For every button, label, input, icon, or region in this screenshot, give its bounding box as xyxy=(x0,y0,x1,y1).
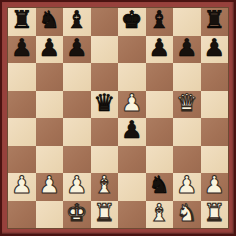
square-b1[interactable] xyxy=(36,201,64,229)
piece-black-pawn-b7[interactable]: ♟ xyxy=(38,36,60,63)
square-f8[interactable]: ♝ xyxy=(146,8,174,36)
square-a1[interactable] xyxy=(8,201,36,229)
square-c8[interactable]: ♝ xyxy=(63,8,91,36)
square-c6[interactable] xyxy=(63,63,91,91)
square-h1[interactable]: ♜ xyxy=(201,201,229,229)
square-b4[interactable] xyxy=(36,118,64,146)
piece-white-rook-d1[interactable]: ♜ xyxy=(93,201,115,228)
square-c4[interactable] xyxy=(63,118,91,146)
square-b2[interactable]: ♟ xyxy=(36,173,64,201)
square-h2[interactable]: ♟ xyxy=(201,173,229,201)
square-f2[interactable]: ♞ xyxy=(146,173,174,201)
square-f1[interactable]: ♝ xyxy=(146,201,174,229)
square-b5[interactable] xyxy=(36,91,64,119)
piece-black-bishop-c8[interactable]: ♝ xyxy=(66,8,88,35)
piece-black-rook-h8[interactable]: ♜ xyxy=(203,8,225,35)
square-d5[interactable]: ♛ xyxy=(91,91,119,119)
square-h4[interactable] xyxy=(201,118,229,146)
square-g3[interactable] xyxy=(173,146,201,174)
square-f6[interactable] xyxy=(146,63,174,91)
piece-black-knight-f2[interactable]: ♞ xyxy=(148,173,170,200)
square-a2[interactable]: ♟ xyxy=(8,173,36,201)
square-c5[interactable] xyxy=(63,91,91,119)
square-g6[interactable] xyxy=(173,63,201,91)
square-a7[interactable]: ♟ xyxy=(8,36,36,64)
square-h5[interactable] xyxy=(201,91,229,119)
square-h8[interactable]: ♜ xyxy=(201,8,229,36)
piece-white-pawn-h2[interactable]: ♟ xyxy=(203,173,225,200)
piece-black-king-e8[interactable]: ♚ xyxy=(121,8,143,35)
square-g5[interactable]: ♛ xyxy=(173,91,201,119)
square-a5[interactable] xyxy=(8,91,36,119)
square-g4[interactable] xyxy=(173,118,201,146)
square-b3[interactable] xyxy=(36,146,64,174)
square-h7[interactable]: ♟ xyxy=(201,36,229,64)
square-b6[interactable] xyxy=(36,63,64,91)
square-c7[interactable]: ♟ xyxy=(63,36,91,64)
square-e7[interactable] xyxy=(118,36,146,64)
piece-white-pawn-g2[interactable]: ♟ xyxy=(176,173,198,200)
square-e4[interactable]: ♟ xyxy=(118,118,146,146)
piece-black-knight-b8[interactable]: ♞ xyxy=(38,8,60,35)
square-e6[interactable] xyxy=(118,63,146,91)
square-d2[interactable]: ♝ xyxy=(91,173,119,201)
board-frame: ♜♞♝♚♝♜♟♟♟♟♟♟♛♟♛♟♟♟♟♝♞♟♟♚♜♝♞♜ xyxy=(0,0,236,236)
square-a6[interactable] xyxy=(8,63,36,91)
square-g2[interactable]: ♟ xyxy=(173,173,201,201)
piece-white-pawn-e5[interactable]: ♟ xyxy=(121,91,143,118)
square-e2[interactable] xyxy=(118,173,146,201)
piece-white-pawn-b2[interactable]: ♟ xyxy=(38,173,60,200)
square-c3[interactable] xyxy=(63,146,91,174)
square-e3[interactable] xyxy=(118,146,146,174)
piece-black-pawn-a7[interactable]: ♟ xyxy=(11,36,33,63)
square-d3[interactable] xyxy=(91,146,119,174)
square-d6[interactable] xyxy=(91,63,119,91)
piece-black-pawn-h7[interactable]: ♟ xyxy=(203,36,225,63)
square-g7[interactable]: ♟ xyxy=(173,36,201,64)
square-g1[interactable]: ♞ xyxy=(173,201,201,229)
piece-white-king-c1[interactable]: ♚ xyxy=(66,201,88,228)
chess-board: ♜♞♝♚♝♜♟♟♟♟♟♟♛♟♛♟♟♟♟♝♞♟♟♚♜♝♞♜ xyxy=(8,8,228,228)
piece-black-pawn-c7[interactable]: ♟ xyxy=(66,36,88,63)
square-d7[interactable] xyxy=(91,36,119,64)
square-a3[interactable] xyxy=(8,146,36,174)
piece-black-queen-d5[interactable]: ♛ xyxy=(93,91,115,118)
piece-white-knight-g1[interactable]: ♞ xyxy=(176,201,198,228)
piece-white-rook-h1[interactable]: ♜ xyxy=(203,201,225,228)
square-c1[interactable]: ♚ xyxy=(63,201,91,229)
square-a8[interactable]: ♜ xyxy=(8,8,36,36)
piece-black-pawn-e4[interactable]: ♟ xyxy=(121,118,143,145)
square-h6[interactable] xyxy=(201,63,229,91)
square-b7[interactable]: ♟ xyxy=(36,36,64,64)
piece-black-pawn-f7[interactable]: ♟ xyxy=(148,36,170,63)
piece-black-pawn-g7[interactable]: ♟ xyxy=(176,36,198,63)
square-c2[interactable]: ♟ xyxy=(63,173,91,201)
square-d8[interactable] xyxy=(91,8,119,36)
square-f7[interactable]: ♟ xyxy=(146,36,174,64)
square-d1[interactable]: ♜ xyxy=(91,201,119,229)
square-d4[interactable] xyxy=(91,118,119,146)
square-e8[interactable]: ♚ xyxy=(118,8,146,36)
piece-black-rook-a8[interactable]: ♜ xyxy=(11,8,33,35)
square-b8[interactable]: ♞ xyxy=(36,8,64,36)
piece-white-bishop-f1[interactable]: ♝ xyxy=(148,201,170,228)
piece-white-pawn-c2[interactable]: ♟ xyxy=(66,173,88,200)
square-f5[interactable] xyxy=(146,91,174,119)
piece-black-bishop-f8[interactable]: ♝ xyxy=(148,8,170,35)
square-e5[interactable]: ♟ xyxy=(118,91,146,119)
square-e1[interactable] xyxy=(118,201,146,229)
piece-white-pawn-a2[interactable]: ♟ xyxy=(11,173,33,200)
square-g8[interactable] xyxy=(173,8,201,36)
piece-white-bishop-d2[interactable]: ♝ xyxy=(93,173,115,200)
piece-white-queen-g5[interactable]: ♛ xyxy=(176,91,198,118)
square-f3[interactable] xyxy=(146,146,174,174)
square-f4[interactable] xyxy=(146,118,174,146)
square-a4[interactable] xyxy=(8,118,36,146)
square-h3[interactable] xyxy=(201,146,229,174)
